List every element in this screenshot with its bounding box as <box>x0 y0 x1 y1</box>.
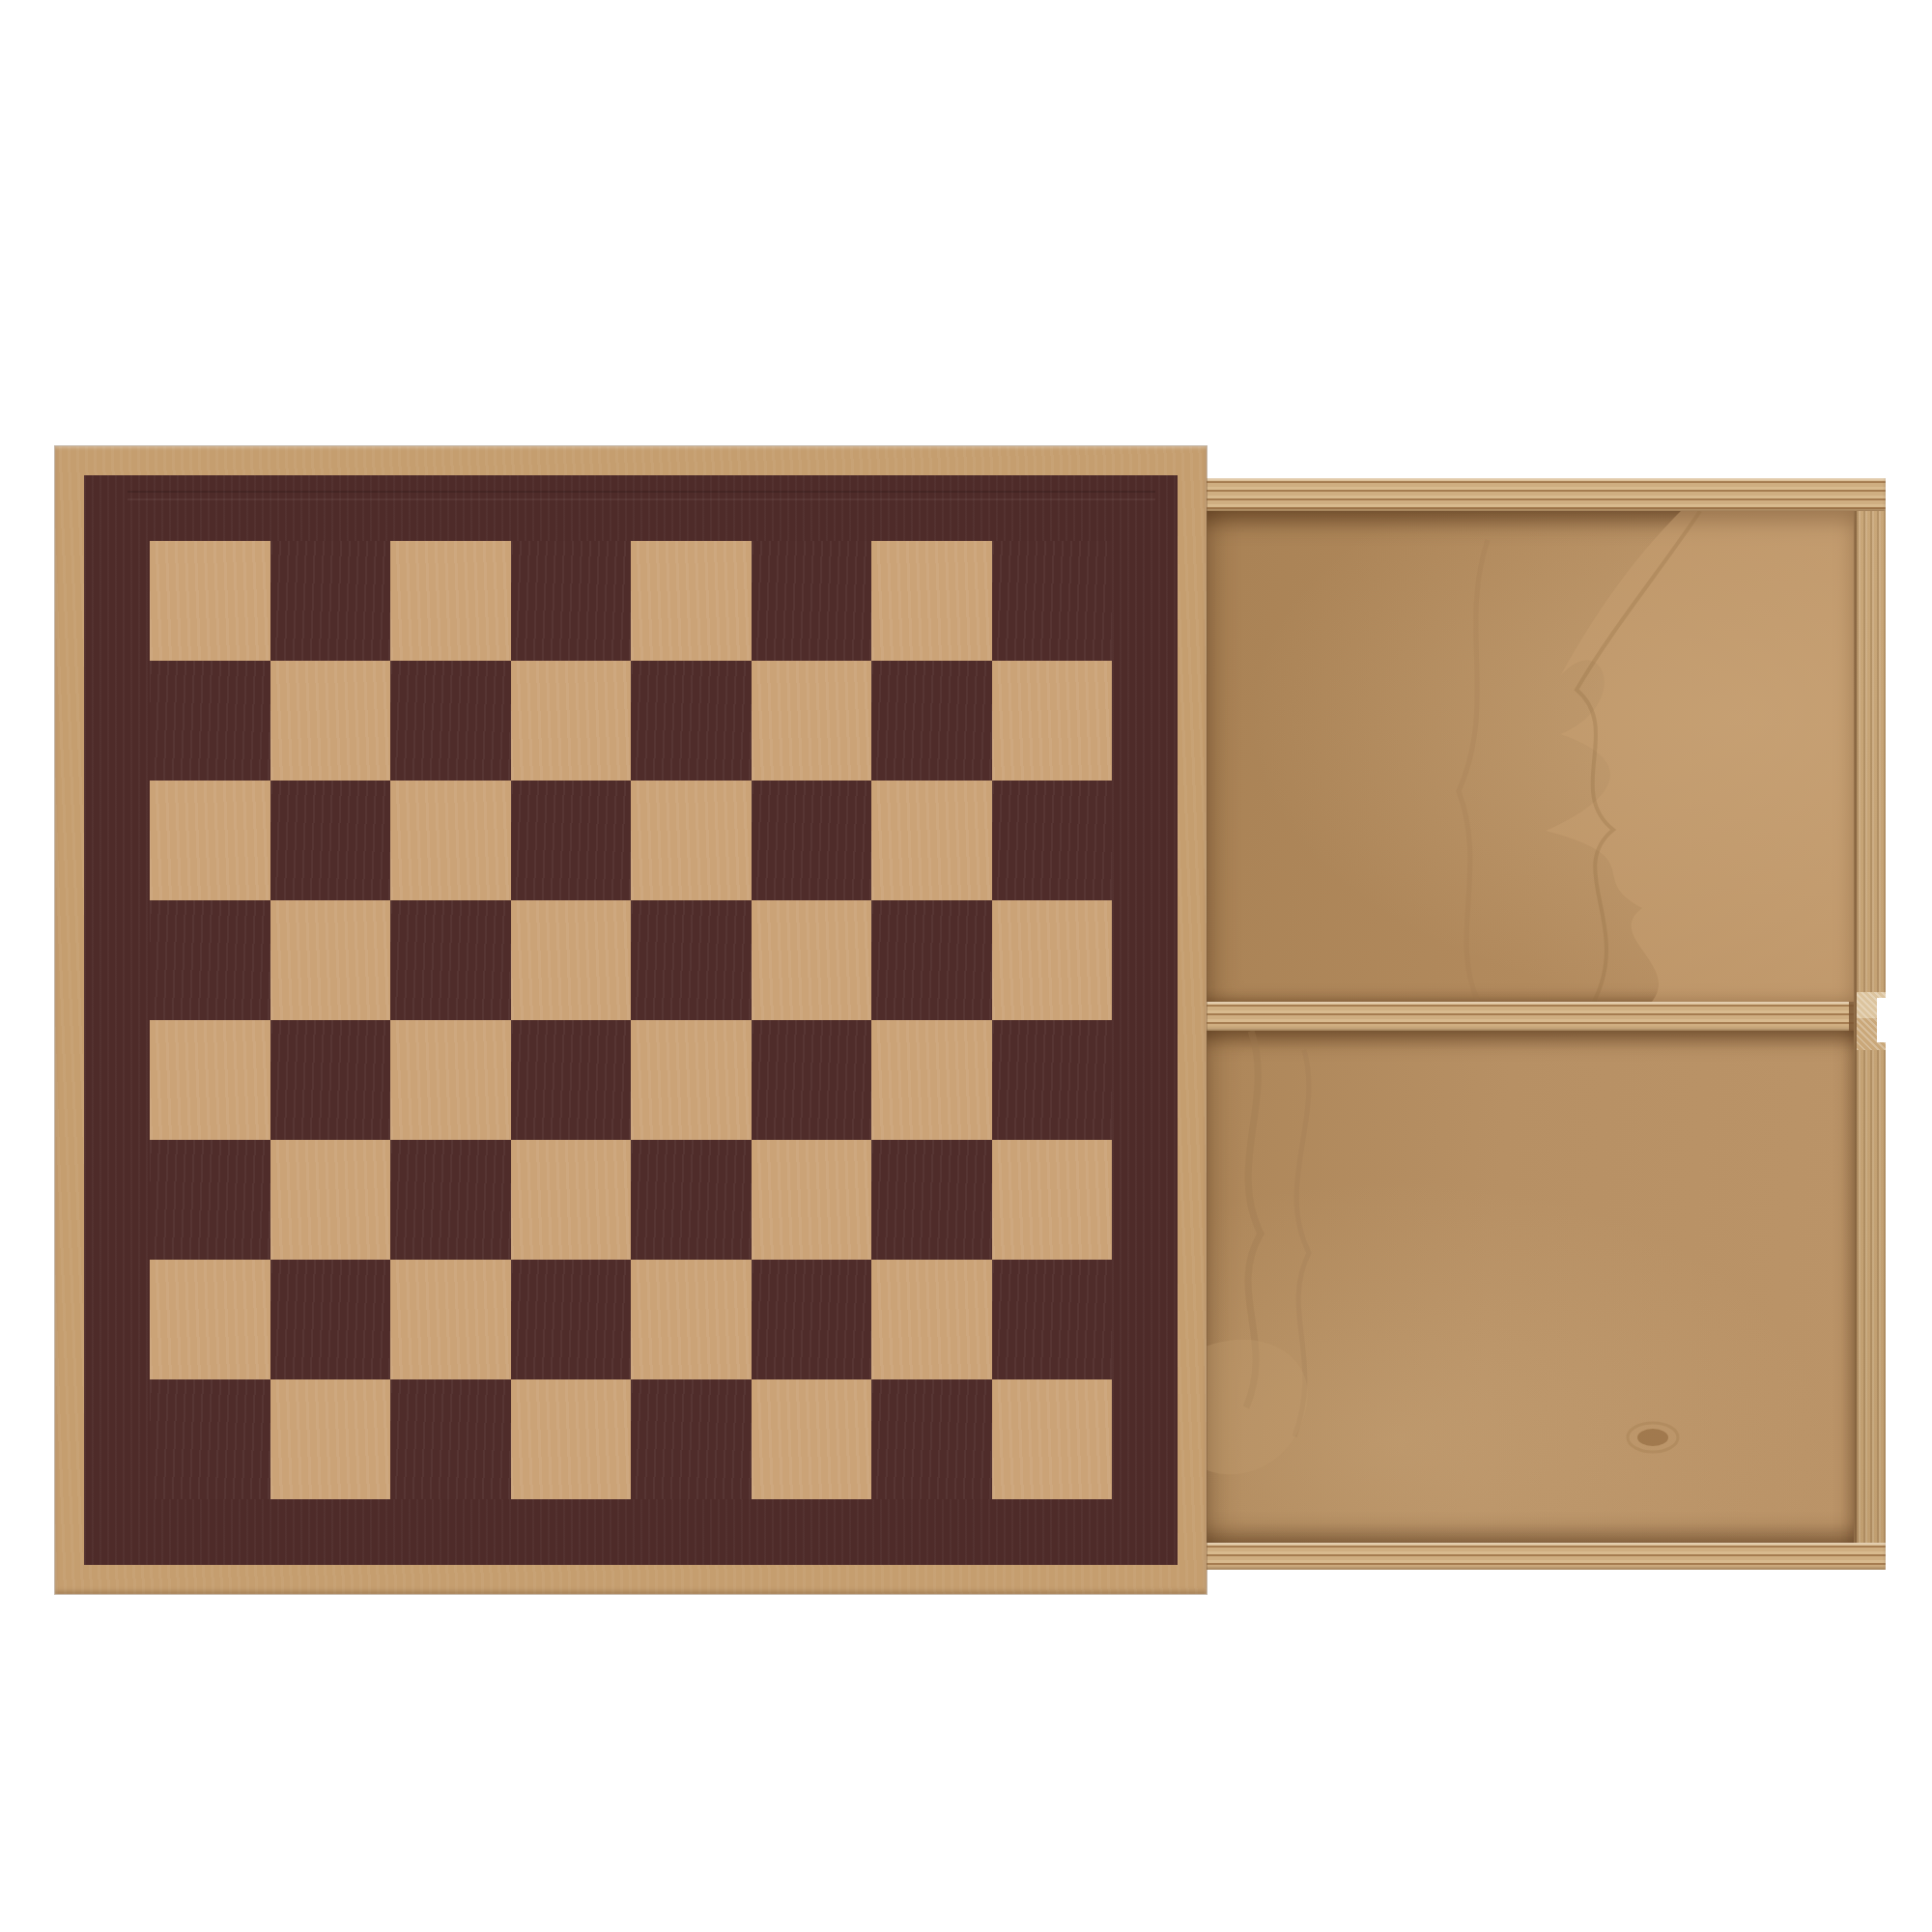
frame-scratch-line <box>128 498 1155 500</box>
square-g1[interactable] <box>871 1379 992 1499</box>
board-grid <box>150 541 1112 1499</box>
square-a5[interactable] <box>150 900 270 1020</box>
square-e1[interactable] <box>631 1379 752 1499</box>
tray-joint-notch <box>1857 992 1886 1050</box>
square-a7[interactable] <box>150 661 270 781</box>
square-h3[interactable] <box>992 1140 1113 1260</box>
square-d5[interactable] <box>511 900 632 1020</box>
square-a4[interactable] <box>150 1020 270 1140</box>
square-f7[interactable] <box>752 661 872 781</box>
square-g8[interactable] <box>871 541 992 661</box>
square-h2[interactable] <box>992 1260 1113 1379</box>
tray-top-wall-edge <box>1198 478 1886 511</box>
square-g5[interactable] <box>871 900 992 1020</box>
square-a8[interactable] <box>150 541 270 661</box>
square-h5[interactable] <box>992 900 1113 1020</box>
square-a6[interactable] <box>150 781 270 900</box>
frame-scratch-line <box>128 491 1155 493</box>
board-frame <box>84 475 1178 1565</box>
square-f1[interactable] <box>752 1379 872 1499</box>
square-h4[interactable] <box>992 1020 1113 1140</box>
tray-right-wall-edge <box>1854 478 1886 1570</box>
square-e2[interactable] <box>631 1260 752 1379</box>
square-d4[interactable] <box>511 1020 632 1140</box>
square-c1[interactable] <box>390 1379 511 1499</box>
square-g4[interactable] <box>871 1020 992 1140</box>
square-c6[interactable] <box>390 781 511 900</box>
square-e8[interactable] <box>631 541 752 661</box>
square-h8[interactable] <box>992 541 1113 661</box>
storage-tray[interactable] <box>1198 478 1886 1570</box>
square-f2[interactable] <box>752 1260 872 1379</box>
square-f3[interactable] <box>752 1140 872 1260</box>
square-g2[interactable] <box>871 1260 992 1379</box>
square-e3[interactable] <box>631 1140 752 1260</box>
game-board[interactable] <box>55 446 1207 1594</box>
square-d8[interactable] <box>511 541 632 661</box>
square-d7[interactable] <box>511 661 632 781</box>
square-g6[interactable] <box>871 781 992 900</box>
square-e6[interactable] <box>631 781 752 900</box>
square-d2[interactable] <box>511 1260 632 1379</box>
square-b6[interactable] <box>270 781 391 900</box>
square-f8[interactable] <box>752 541 872 661</box>
square-b8[interactable] <box>270 541 391 661</box>
square-e4[interactable] <box>631 1020 752 1140</box>
tray-compartment-upper[interactable] <box>1198 511 1857 1002</box>
square-b7[interactable] <box>270 661 391 781</box>
square-d6[interactable] <box>511 781 632 900</box>
tray-divider-wall-edge <box>1198 1002 1857 1031</box>
square-h6[interactable] <box>992 781 1113 900</box>
square-b4[interactable] <box>270 1020 391 1140</box>
square-c3[interactable] <box>390 1140 511 1260</box>
wood-grain-lower <box>1198 1031 1857 1543</box>
square-h1[interactable] <box>992 1379 1113 1499</box>
square-f5[interactable] <box>752 900 872 1020</box>
square-a3[interactable] <box>150 1140 270 1260</box>
square-d3[interactable] <box>511 1140 632 1260</box>
square-c2[interactable] <box>390 1260 511 1379</box>
wood-grain-upper <box>1198 511 1857 1002</box>
tray-compartment-lower[interactable] <box>1198 1031 1857 1543</box>
square-d1[interactable] <box>511 1379 632 1499</box>
square-e7[interactable] <box>631 661 752 781</box>
square-b2[interactable] <box>270 1260 391 1379</box>
square-f4[interactable] <box>752 1020 872 1140</box>
square-h7[interactable] <box>992 661 1113 781</box>
square-b5[interactable] <box>270 900 391 1020</box>
square-c7[interactable] <box>390 661 511 781</box>
square-c4[interactable] <box>390 1020 511 1140</box>
square-a2[interactable] <box>150 1260 270 1379</box>
square-b1[interactable] <box>270 1379 391 1499</box>
square-e5[interactable] <box>631 900 752 1020</box>
square-a1[interactable] <box>150 1379 270 1499</box>
product-photo-scene <box>0 0 1932 1932</box>
square-g3[interactable] <box>871 1140 992 1260</box>
square-g7[interactable] <box>871 661 992 781</box>
square-c5[interactable] <box>390 900 511 1020</box>
tray-bottom-wall-edge <box>1198 1543 1886 1570</box>
square-f6[interactable] <box>752 781 872 900</box>
square-c8[interactable] <box>390 541 511 661</box>
square-b3[interactable] <box>270 1140 391 1260</box>
